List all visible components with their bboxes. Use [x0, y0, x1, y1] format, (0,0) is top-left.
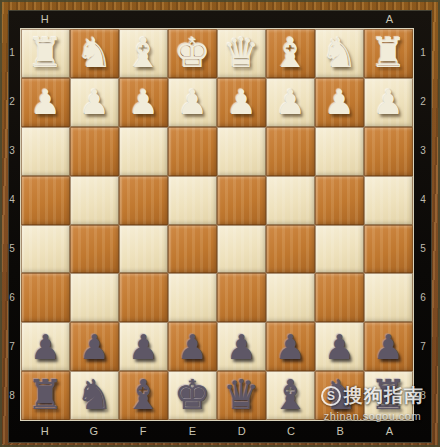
coordinate-label: 6 — [414, 274, 432, 323]
square-c7[interactable]: ♟ — [266, 322, 315, 371]
coordinate-label: 2 — [414, 77, 432, 126]
square-d3[interactable] — [217, 127, 266, 176]
coordinate-label: 7 — [4, 323, 20, 372]
white-knight[interactable]: ♞ — [76, 33, 113, 74]
square-c2[interactable]: ♟ — [266, 78, 315, 127]
square-a7[interactable]: ♟ — [364, 322, 413, 371]
coordinate-label: D — [217, 421, 266, 442]
square-g5[interactable] — [70, 225, 119, 274]
square-c1[interactable]: ♝ — [266, 29, 315, 78]
square-e6[interactable] — [168, 273, 217, 322]
square-h5[interactable] — [21, 225, 70, 274]
black-knight[interactable]: ♞ — [76, 375, 113, 416]
white-queen[interactable]: ♛ — [223, 33, 260, 74]
white-pawn[interactable]: ♟ — [226, 85, 256, 119]
coordinate-label: F — [119, 421, 168, 442]
coordinate-label: 5 — [4, 225, 20, 274]
square-g3[interactable] — [70, 127, 119, 176]
coordinate-label: 3 — [4, 126, 20, 175]
coordinate-label: A — [365, 421, 414, 442]
chess-app-window: HGFEDCBA HGFEDCBA 12345678 12345678 ♜♞♝♚… — [0, 0, 440, 447]
white-pawn[interactable]: ♟ — [373, 85, 403, 119]
coordinate-label: 4 — [414, 175, 432, 224]
square-f1[interactable]: ♝ — [119, 29, 168, 78]
white-king[interactable]: ♚ — [174, 33, 211, 74]
square-e8[interactable]: ♚ — [168, 371, 217, 420]
square-f4[interactable] — [119, 176, 168, 225]
square-b3[interactable] — [315, 127, 364, 176]
chess-board: ♜♞♝♚♛♝♞♜♟♟♟♟♟♟♟♟♟♟♟♟♟♟♟♟♜♞♝♚♛♝♞♜ — [20, 28, 414, 421]
watermark: S 搜狗指南 zhinan.sogou.com — [321, 383, 424, 422]
white-bishop[interactable]: ♝ — [272, 33, 309, 74]
square-g7[interactable]: ♟ — [70, 322, 119, 371]
black-king[interactable]: ♚ — [174, 375, 211, 416]
square-d1[interactable]: ♛ — [217, 29, 266, 78]
square-e7[interactable]: ♟ — [168, 322, 217, 371]
square-f2[interactable]: ♟ — [119, 78, 168, 127]
white-knight[interactable]: ♞ — [321, 33, 358, 74]
square-a6[interactable] — [364, 273, 413, 322]
black-pawn[interactable]: ♟ — [226, 330, 256, 364]
square-c4[interactable] — [266, 176, 315, 225]
white-rook[interactable]: ♜ — [370, 33, 407, 74]
black-pawn[interactable]: ♟ — [324, 330, 354, 364]
square-h8[interactable]: ♜ — [21, 371, 70, 420]
square-e3[interactable] — [168, 127, 217, 176]
square-h7[interactable]: ♟ — [21, 322, 70, 371]
square-f3[interactable] — [119, 127, 168, 176]
rank-labels-left: 12345678 — [4, 28, 20, 421]
square-c6[interactable] — [266, 273, 315, 322]
white-pawn[interactable]: ♟ — [177, 85, 207, 119]
square-d4[interactable] — [217, 176, 266, 225]
coordinate-label: B — [316, 421, 365, 442]
watermark-row: S 搜狗指南 — [321, 383, 424, 409]
coordinate-label: 3 — [414, 126, 432, 175]
square-d5[interactable] — [217, 225, 266, 274]
black-pawn[interactable]: ♟ — [177, 330, 207, 364]
white-rook[interactable]: ♜ — [27, 33, 64, 74]
watermark-title: 搜狗指南 — [344, 383, 424, 409]
square-e5[interactable] — [168, 225, 217, 274]
black-bishop[interactable]: ♝ — [125, 375, 162, 416]
square-b4[interactable] — [315, 176, 364, 225]
sogou-logo-icon: S — [321, 386, 341, 406]
coordinate-label: 4 — [4, 175, 20, 224]
black-pawn[interactable]: ♟ — [30, 330, 60, 364]
square-a4[interactable] — [364, 176, 413, 225]
square-d6[interactable] — [217, 273, 266, 322]
square-d2[interactable]: ♟ — [217, 78, 266, 127]
coordinate-label: 8 — [4, 372, 20, 421]
rank-labels-right: 12345678 — [414, 28, 432, 421]
square-h1[interactable]: ♜ — [21, 29, 70, 78]
coordinate-label: H — [20, 421, 69, 442]
square-f6[interactable] — [119, 273, 168, 322]
white-pawn[interactable]: ♟ — [324, 85, 354, 119]
black-pawn[interactable]: ♟ — [373, 330, 403, 364]
black-pawn[interactable]: ♟ — [275, 330, 305, 364]
coordinate-label: 5 — [414, 225, 432, 274]
square-e4[interactable] — [168, 176, 217, 225]
black-pawn[interactable]: ♟ — [79, 330, 109, 364]
square-h6[interactable] — [21, 273, 70, 322]
coordinate-label: 7 — [414, 323, 432, 372]
square-a1[interactable]: ♜ — [364, 29, 413, 78]
file-labels-top: HGFEDCBA — [20, 10, 414, 28]
square-g1[interactable]: ♞ — [70, 29, 119, 78]
square-f7[interactable]: ♟ — [119, 322, 168, 371]
square-d8[interactable]: ♛ — [217, 371, 266, 420]
file-labels-bottom: HGFEDCBA — [20, 421, 414, 442]
watermark-url: zhinan.sogou.com — [324, 410, 421, 422]
square-a3[interactable] — [364, 127, 413, 176]
black-pawn[interactable]: ♟ — [128, 330, 158, 364]
square-b1[interactable]: ♞ — [315, 29, 364, 78]
square-g2[interactable]: ♟ — [70, 78, 119, 127]
square-b7[interactable]: ♟ — [315, 322, 364, 371]
white-bishop[interactable]: ♝ — [125, 33, 162, 74]
square-e1[interactable]: ♚ — [168, 29, 217, 78]
square-a5[interactable] — [364, 225, 413, 274]
white-pawn[interactable]: ♟ — [79, 85, 109, 119]
square-c3[interactable] — [266, 127, 315, 176]
square-f5[interactable] — [119, 225, 168, 274]
coordinate-label: C — [266, 421, 315, 442]
square-f8[interactable]: ♝ — [119, 371, 168, 420]
white-pawn[interactable]: ♟ — [128, 85, 158, 119]
coordinate-label: A — [365, 10, 414, 28]
coordinate-label: 2 — [4, 77, 20, 126]
square-h3[interactable] — [21, 127, 70, 176]
square-b2[interactable]: ♟ — [315, 78, 364, 127]
square-d7[interactable]: ♟ — [217, 322, 266, 371]
square-a2[interactable]: ♟ — [364, 78, 413, 127]
square-b6[interactable] — [315, 273, 364, 322]
black-rook[interactable]: ♜ — [27, 375, 64, 416]
coordinate-label: G — [69, 421, 118, 442]
black-bishop[interactable]: ♝ — [272, 375, 309, 416]
square-g6[interactable] — [70, 273, 119, 322]
square-e2[interactable]: ♟ — [168, 78, 217, 127]
square-h4[interactable] — [21, 176, 70, 225]
coordinate-label: 1 — [4, 28, 20, 77]
white-pawn[interactable]: ♟ — [30, 85, 60, 119]
coordinate-label: 6 — [4, 274, 20, 323]
black-queen[interactable]: ♛ — [223, 375, 260, 416]
square-g4[interactable] — [70, 176, 119, 225]
square-c8[interactable]: ♝ — [266, 371, 315, 420]
white-pawn[interactable]: ♟ — [275, 85, 305, 119]
square-h2[interactable]: ♟ — [21, 78, 70, 127]
coordinate-label: E — [168, 421, 217, 442]
square-c5[interactable] — [266, 225, 315, 274]
square-g8[interactable]: ♞ — [70, 371, 119, 420]
square-b5[interactable] — [315, 225, 364, 274]
coordinate-label: 1 — [414, 28, 432, 77]
coordinate-label: H — [20, 10, 69, 28]
